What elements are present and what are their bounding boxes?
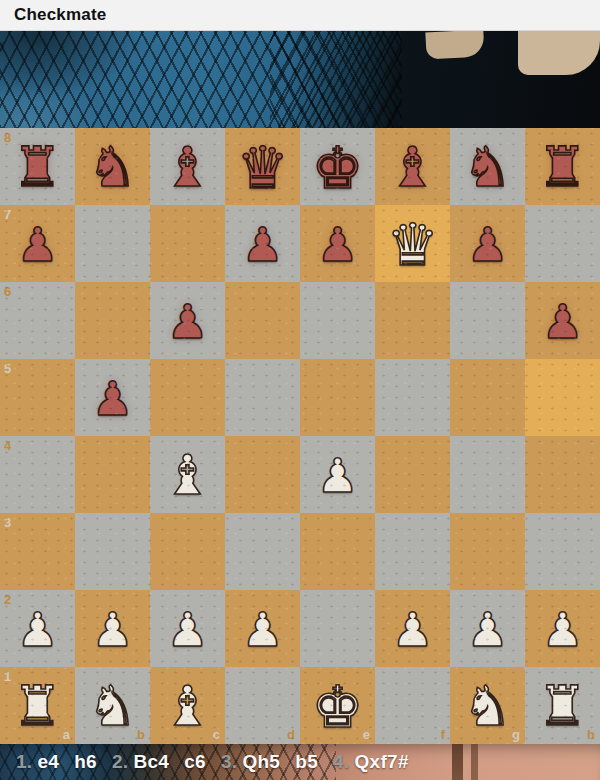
red-bishop-f8[interactable]: ♝ bbox=[388, 140, 437, 195]
square-h5[interactable] bbox=[525, 359, 600, 436]
square-g3[interactable] bbox=[450, 513, 525, 590]
square-a6[interactable]: 6 bbox=[0, 282, 75, 359]
square-c1[interactable]: c♝ bbox=[150, 667, 225, 744]
square-h7[interactable] bbox=[525, 205, 600, 282]
red-pawn-h6[interactable]: ♟ bbox=[541, 298, 583, 345]
chess-board: 8♜♞♝♛♚♝♞♜7♟♟♟♛♟6♟♟5♟4♝♟32♟♟♟♟♟♟♟1a♜b♞c♝d… bbox=[0, 128, 600, 744]
background-blob bbox=[518, 31, 600, 75]
square-d3[interactable] bbox=[225, 513, 300, 590]
white-pawn-f2[interactable]: ♟ bbox=[391, 606, 433, 653]
move-1-black: h6 bbox=[74, 751, 97, 773]
square-f4[interactable] bbox=[375, 436, 450, 513]
square-d1[interactable]: d bbox=[225, 667, 300, 744]
rank-label-3: 3 bbox=[4, 516, 11, 529]
square-b8[interactable]: ♞ bbox=[75, 128, 150, 205]
square-d2[interactable]: ♟ bbox=[225, 590, 300, 667]
move-number-4: 4. bbox=[333, 751, 349, 773]
rank-label-7: 7 bbox=[4, 208, 11, 221]
white-rook-a1[interactable]: ♜ bbox=[13, 679, 62, 734]
square-b5[interactable]: ♟ bbox=[75, 359, 150, 436]
square-a1[interactable]: 1a♜ bbox=[0, 667, 75, 744]
move-number-2: 2. bbox=[112, 751, 128, 773]
square-c2[interactable]: ♟ bbox=[150, 590, 225, 667]
rank-label-1: 1 bbox=[4, 670, 11, 683]
square-a8[interactable]: 8♜ bbox=[0, 128, 75, 205]
square-f3[interactable] bbox=[375, 513, 450, 590]
title-bar: Checkmate bbox=[0, 0, 600, 31]
square-d5[interactable] bbox=[225, 359, 300, 436]
file-label-e: e bbox=[363, 728, 370, 741]
white-pawn-a2[interactable]: ♟ bbox=[16, 606, 58, 653]
red-pawn-b5[interactable]: ♟ bbox=[91, 375, 133, 422]
square-c8[interactable]: ♝ bbox=[150, 128, 225, 205]
background-blob bbox=[425, 31, 484, 59]
square-a2[interactable]: 2♟ bbox=[0, 590, 75, 667]
move-3-black: b5 bbox=[295, 751, 318, 773]
red-pawn-g7[interactable]: ♟ bbox=[466, 221, 508, 268]
square-b6[interactable] bbox=[75, 282, 150, 359]
square-h8[interactable]: ♜ bbox=[525, 128, 600, 205]
page-title: Checkmate bbox=[14, 5, 107, 25]
background-photo-top bbox=[0, 31, 600, 128]
move-3-white: Qh5 bbox=[242, 751, 280, 773]
rank-label-4: 4 bbox=[4, 439, 11, 452]
square-h2[interactable]: ♟ bbox=[525, 590, 600, 667]
red-pawn-d7[interactable]: ♟ bbox=[241, 221, 283, 268]
square-f8[interactable]: ♝ bbox=[375, 128, 450, 205]
square-f2[interactable]: ♟ bbox=[375, 590, 450, 667]
square-e3[interactable] bbox=[300, 513, 375, 590]
square-d4[interactable] bbox=[225, 436, 300, 513]
file-label-b: b bbox=[137, 728, 145, 741]
move-number-1: 1. bbox=[16, 751, 32, 773]
square-g6[interactable] bbox=[450, 282, 525, 359]
white-pawn-e4[interactable]: ♟ bbox=[316, 452, 358, 499]
white-bishop-c4[interactable]: ♝ bbox=[163, 448, 212, 503]
red-queen-d8[interactable]: ♛ bbox=[237, 139, 289, 197]
square-f5[interactable] bbox=[375, 359, 450, 436]
move-2-black: c6 bbox=[184, 751, 206, 773]
file-label-f: f bbox=[441, 728, 445, 741]
square-f1[interactable]: f bbox=[375, 667, 450, 744]
file-label-c: c bbox=[213, 728, 220, 741]
white-pawn-h2[interactable]: ♟ bbox=[541, 606, 583, 653]
square-c3[interactable] bbox=[150, 513, 225, 590]
square-h4[interactable] bbox=[525, 436, 600, 513]
square-e2[interactable] bbox=[300, 590, 375, 667]
white-knight-b1[interactable]: ♞ bbox=[88, 679, 137, 734]
square-d6[interactable] bbox=[225, 282, 300, 359]
square-a4[interactable]: 4 bbox=[0, 436, 75, 513]
red-bishop-c8[interactable]: ♝ bbox=[163, 140, 212, 195]
white-bishop-c1[interactable]: ♝ bbox=[163, 679, 212, 734]
white-pawn-d2[interactable]: ♟ bbox=[241, 606, 283, 653]
white-knight-g1[interactable]: ♞ bbox=[463, 679, 512, 734]
white-queen-f7[interactable]: ♛ bbox=[387, 216, 439, 274]
white-pawn-g2[interactable]: ♟ bbox=[466, 606, 508, 653]
red-pawn-c6[interactable]: ♟ bbox=[166, 298, 208, 345]
background-streak bbox=[471, 744, 478, 780]
white-pawn-c2[interactable]: ♟ bbox=[166, 606, 208, 653]
move-number-3: 3. bbox=[221, 751, 237, 773]
rank-label-6: 6 bbox=[4, 285, 11, 298]
square-g8[interactable]: ♞ bbox=[450, 128, 525, 205]
square-c5[interactable] bbox=[150, 359, 225, 436]
white-pawn-b2[interactable]: ♟ bbox=[91, 606, 133, 653]
red-rook-h8[interactable]: ♜ bbox=[538, 140, 587, 195]
square-a3[interactable]: 3 bbox=[0, 513, 75, 590]
square-f7[interactable]: ♛ bbox=[375, 205, 450, 282]
move-4-white: Qxf7# bbox=[354, 751, 408, 773]
file-label-h: h bbox=[587, 728, 595, 741]
background-streak bbox=[452, 744, 463, 780]
square-e1[interactable]: e♚ bbox=[300, 667, 375, 744]
square-e4[interactable]: ♟ bbox=[300, 436, 375, 513]
square-g4[interactable] bbox=[450, 436, 525, 513]
square-c6[interactable]: ♟ bbox=[150, 282, 225, 359]
red-pawn-e7[interactable]: ♟ bbox=[316, 221, 358, 268]
file-label-g: g bbox=[512, 728, 520, 741]
square-g5[interactable] bbox=[450, 359, 525, 436]
square-e8[interactable]: ♚ bbox=[300, 128, 375, 205]
white-rook-h1[interactable]: ♜ bbox=[538, 679, 587, 734]
square-b4[interactable] bbox=[75, 436, 150, 513]
square-b1[interactable]: b♞ bbox=[75, 667, 150, 744]
rank-label-5: 5 bbox=[4, 362, 11, 375]
square-h1[interactable]: h♜ bbox=[525, 667, 600, 744]
square-a5[interactable]: 5 bbox=[0, 359, 75, 436]
square-g1[interactable]: g♞ bbox=[450, 667, 525, 744]
file-label-d: d bbox=[287, 728, 295, 741]
square-c7[interactable] bbox=[150, 205, 225, 282]
square-d8[interactable]: ♛ bbox=[225, 128, 300, 205]
square-d7[interactable]: ♟ bbox=[225, 205, 300, 282]
square-g2[interactable]: ♟ bbox=[450, 590, 525, 667]
square-c4[interactable]: ♝ bbox=[150, 436, 225, 513]
square-e5[interactable] bbox=[300, 359, 375, 436]
red-knight-g8[interactable]: ♞ bbox=[463, 140, 512, 195]
square-b2[interactable]: ♟ bbox=[75, 590, 150, 667]
move-1-white: e4 bbox=[37, 751, 59, 773]
move-2-white: Bc4 bbox=[133, 751, 169, 773]
file-label-a: a bbox=[63, 728, 70, 741]
square-f6[interactable] bbox=[375, 282, 450, 359]
square-h6[interactable]: ♟ bbox=[525, 282, 600, 359]
square-a7[interactable]: 7♟ bbox=[0, 205, 75, 282]
square-e6[interactable] bbox=[300, 282, 375, 359]
square-b7[interactable] bbox=[75, 205, 150, 282]
red-knight-b8[interactable]: ♞ bbox=[88, 140, 137, 195]
red-pawn-a7[interactable]: ♟ bbox=[16, 221, 58, 268]
square-h3[interactable] bbox=[525, 513, 600, 590]
chess-app: Checkmate 8♜♞♝♛♚♝♞♜7♟♟♟♛♟6♟♟5♟4♝♟32♟♟♟♟♟… bbox=[0, 0, 600, 780]
move-bar: 1.e4h62.Bc4c63.Qh5b54.Qxf7# bbox=[0, 744, 600, 780]
white-king-e1[interactable]: ♚ bbox=[312, 678, 364, 736]
square-b3[interactable] bbox=[75, 513, 150, 590]
move-list: 1.e4h62.Bc4c63.Qh5b54.Qxf7# bbox=[16, 744, 424, 780]
rank-label-2: 2 bbox=[4, 593, 11, 606]
red-king-e8[interactable]: ♚ bbox=[312, 139, 364, 197]
square-g7[interactable]: ♟ bbox=[450, 205, 525, 282]
square-e7[interactable]: ♟ bbox=[300, 205, 375, 282]
red-rook-a8[interactable]: ♜ bbox=[13, 140, 62, 195]
rank-label-8: 8 bbox=[4, 131, 11, 144]
